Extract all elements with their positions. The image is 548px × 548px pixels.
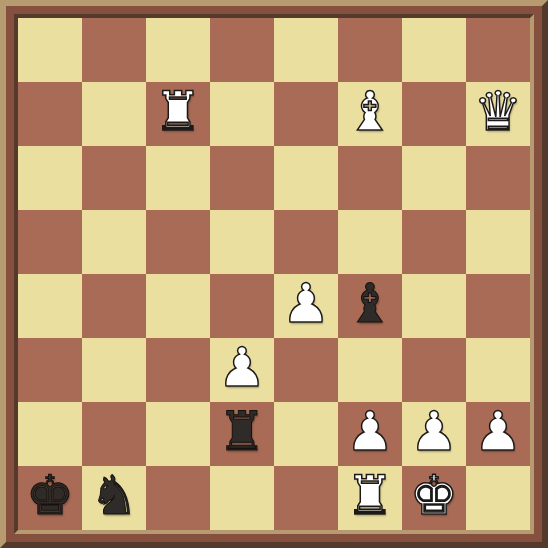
square-c7[interactable]: ♜ [146,82,210,146]
chess-board: ♜♝♛♟♝♟♜♟♟♟♚♞♜♚ [18,18,530,530]
black-bishop-icon: ♝ [346,277,394,331]
square-h8[interactable] [466,18,530,82]
square-c3[interactable] [146,338,210,402]
board-frame-inner: ♜♝♛♟♝♟♜♟♟♟♚♞♜♚ [14,14,534,534]
square-a2[interactable] [18,402,82,466]
square-c2[interactable] [146,402,210,466]
square-a4[interactable] [18,274,82,338]
square-c8[interactable] [146,18,210,82]
white-pawn-icon: ♟ [282,277,330,331]
square-h1[interactable] [466,466,530,530]
square-b6[interactable] [82,146,146,210]
square-b7[interactable] [82,82,146,146]
square-d4[interactable] [210,274,274,338]
square-g6[interactable] [402,146,466,210]
white-pawn-icon: ♟ [410,405,458,459]
square-c1[interactable] [146,466,210,530]
square-g8[interactable] [402,18,466,82]
square-f3[interactable] [338,338,402,402]
black-knight-icon: ♞ [90,469,138,523]
square-c6[interactable] [146,146,210,210]
white-pawn-icon: ♟ [474,405,522,459]
square-e3[interactable] [274,338,338,402]
white-queen-icon: ♛ [474,85,522,139]
square-e7[interactable] [274,82,338,146]
square-d6[interactable] [210,146,274,210]
square-b4[interactable] [82,274,146,338]
square-d5[interactable] [210,210,274,274]
square-b5[interactable] [82,210,146,274]
white-king-icon: ♚ [410,469,458,523]
square-e2[interactable] [274,402,338,466]
square-f1[interactable]: ♜ [338,466,402,530]
square-e6[interactable] [274,146,338,210]
square-c4[interactable] [146,274,210,338]
square-h7[interactable]: ♛ [466,82,530,146]
square-g3[interactable] [402,338,466,402]
black-king-icon: ♚ [26,469,74,523]
square-a3[interactable] [18,338,82,402]
square-a7[interactable] [18,82,82,146]
square-b2[interactable] [82,402,146,466]
square-e1[interactable] [274,466,338,530]
square-a8[interactable] [18,18,82,82]
square-g2[interactable]: ♟ [402,402,466,466]
square-f5[interactable] [338,210,402,274]
square-f8[interactable] [338,18,402,82]
white-pawn-icon: ♟ [218,341,266,395]
square-b1[interactable]: ♞ [82,466,146,530]
square-f6[interactable] [338,146,402,210]
square-f7[interactable]: ♝ [338,82,402,146]
square-f2[interactable]: ♟ [338,402,402,466]
square-e8[interactable] [274,18,338,82]
square-a5[interactable] [18,210,82,274]
square-d3[interactable]: ♟ [210,338,274,402]
square-a1[interactable]: ♚ [18,466,82,530]
square-f4[interactable]: ♝ [338,274,402,338]
black-rook-icon: ♜ [218,405,266,459]
square-h3[interactable] [466,338,530,402]
square-h2[interactable]: ♟ [466,402,530,466]
square-e5[interactable] [274,210,338,274]
square-g7[interactable] [402,82,466,146]
square-g1[interactable]: ♚ [402,466,466,530]
white-rook-icon: ♜ [154,85,202,139]
white-bishop-icon: ♝ [346,85,394,139]
square-b3[interactable] [82,338,146,402]
board-frame-outer: ♜♝♛♟♝♟♜♟♟♟♚♞♜♚ [0,0,548,548]
board-frame: ♜♝♛♟♝♟♜♟♟♟♚♞♜♚ [6,6,542,542]
square-a6[interactable] [18,146,82,210]
square-d8[interactable] [210,18,274,82]
square-h4[interactable] [466,274,530,338]
square-g5[interactable] [402,210,466,274]
square-h6[interactable] [466,146,530,210]
square-g4[interactable] [402,274,466,338]
white-pawn-icon: ♟ [346,405,394,459]
square-h5[interactable] [466,210,530,274]
square-b8[interactable] [82,18,146,82]
square-d1[interactable] [210,466,274,530]
square-e4[interactable]: ♟ [274,274,338,338]
white-rook-icon: ♜ [346,469,394,523]
square-d2[interactable]: ♜ [210,402,274,466]
square-d7[interactable] [210,82,274,146]
square-c5[interactable] [146,210,210,274]
